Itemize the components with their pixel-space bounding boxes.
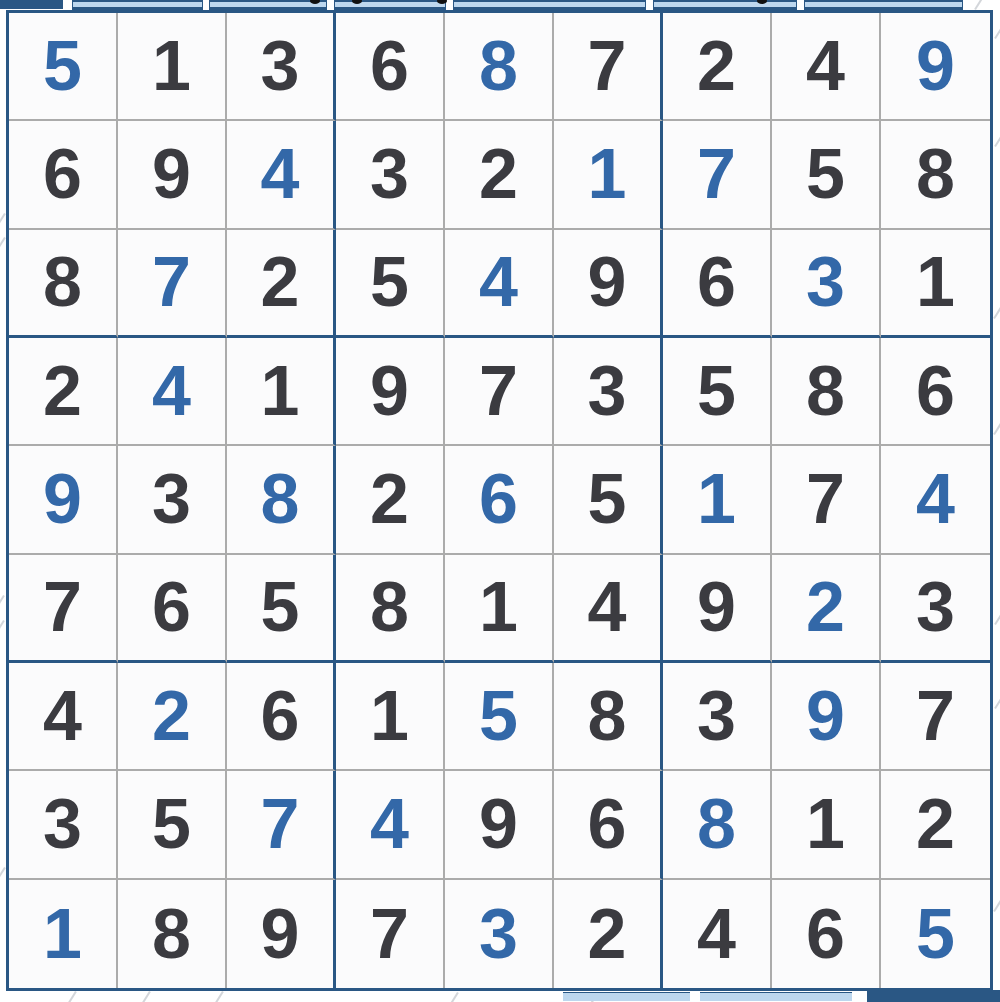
cell-r4c2[interactable]: 4 <box>118 338 227 446</box>
cell-r3c1[interactable]: 8 <box>9 230 118 338</box>
cell-r8c5[interactable]: 9 <box>445 771 554 879</box>
cell-r7c5[interactable]: 5 <box>445 663 554 771</box>
cropped-bottom-chrome <box>0 990 1000 1002</box>
cell-r4c4[interactable]: 9 <box>336 338 445 446</box>
cell-r1c1[interactable]: 5 <box>9 13 118 121</box>
cell-r5c5[interactable]: 6 <box>445 446 554 554</box>
cell-r5c1[interactable]: 9 <box>9 446 118 554</box>
toolbar-fragment <box>72 0 203 10</box>
hatch-mark <box>993 423 1000 435</box>
cell-r9c3[interactable]: 9 <box>227 880 336 988</box>
cell-r8c7[interactable]: 8 <box>663 771 772 879</box>
cell-r8c8[interactable]: 1 <box>772 771 881 879</box>
cell-r9c9[interactable]: 5 <box>881 880 990 988</box>
cell-r1c8[interactable]: 4 <box>772 13 881 121</box>
cell-r8c9[interactable]: 2 <box>881 771 990 879</box>
cell-r6c2[interactable]: 6 <box>118 555 227 663</box>
cell-r7c2[interactable]: 2 <box>118 663 227 771</box>
sudoku-board: 5136872496943217588725496312419735869382… <box>6 10 993 991</box>
cell-r7c3[interactable]: 6 <box>227 663 336 771</box>
hatch-mark <box>0 595 5 607</box>
hatch-mark <box>0 620 5 632</box>
cell-r6c4[interactable]: 8 <box>336 555 445 663</box>
hatch-mark <box>994 613 1000 625</box>
cell-r3c4[interactable]: 5 <box>336 230 445 338</box>
cell-r2c6[interactable]: 1 <box>554 121 663 229</box>
cell-r6c6[interactable]: 4 <box>554 555 663 663</box>
cell-r5c8[interactable]: 7 <box>772 446 881 554</box>
toolbar-fragment <box>453 0 646 10</box>
hatch-mark <box>993 900 1000 912</box>
cell-r3c6[interactable]: 9 <box>554 230 663 338</box>
cell-r4c5[interactable]: 7 <box>445 338 554 446</box>
cell-r2c4[interactable]: 3 <box>336 121 445 229</box>
toolbar-fragment <box>653 0 797 10</box>
cell-r7c1[interactable]: 4 <box>9 663 118 771</box>
chrome-fragment-navy <box>0 0 63 9</box>
hatch-mark <box>994 697 1000 709</box>
cell-r2c5[interactable]: 2 <box>445 121 554 229</box>
cell-r2c8[interactable]: 5 <box>772 121 881 229</box>
cell-r5c6[interactable]: 5 <box>554 446 663 554</box>
cell-r1c3[interactable]: 3 <box>227 13 336 121</box>
cell-r1c2[interactable]: 1 <box>118 13 227 121</box>
cell-r7c6[interactable]: 8 <box>554 663 663 771</box>
cell-r8c6[interactable]: 6 <box>554 771 663 879</box>
cell-r3c9[interactable]: 1 <box>881 230 990 338</box>
cell-r2c9[interactable]: 8 <box>881 121 990 229</box>
cell-r3c5[interactable]: 4 <box>445 230 554 338</box>
cell-r1c5[interactable]: 8 <box>445 13 554 121</box>
cell-r4c9[interactable]: 6 <box>881 338 990 446</box>
hatch-mark <box>994 135 1000 147</box>
bottom-chrome-fragment <box>563 992 690 1001</box>
cell-r5c7[interactable]: 1 <box>663 446 772 554</box>
cell-r5c4[interactable]: 2 <box>336 446 445 554</box>
cell-r9c6[interactable]: 2 <box>554 880 663 988</box>
cell-r4c7[interactable]: 5 <box>663 338 772 446</box>
cell-r9c8[interactable]: 6 <box>772 880 881 988</box>
cell-r6c8[interactable]: 2 <box>772 555 881 663</box>
cell-r1c4[interactable]: 6 <box>336 13 445 121</box>
cell-r7c7[interactable]: 3 <box>663 663 772 771</box>
cell-r1c6[interactable]: 7 <box>554 13 663 121</box>
cell-r2c2[interactable]: 9 <box>118 121 227 229</box>
toolbar-fragment <box>334 0 446 10</box>
cell-r8c4[interactable]: 4 <box>336 771 445 879</box>
cell-r6c5[interactable]: 1 <box>445 555 554 663</box>
cell-r5c2[interactable]: 3 <box>118 446 227 554</box>
cell-r9c5[interactable]: 3 <box>445 880 554 988</box>
toolbar-fragment <box>804 0 963 10</box>
cell-r8c2[interactable]: 5 <box>118 771 227 879</box>
cropped-toolbar <box>0 0 1000 10</box>
cell-r3c3[interactable]: 2 <box>227 230 336 338</box>
hatch-mark <box>0 213 6 225</box>
cell-r9c1[interactable]: 1 <box>9 880 118 988</box>
cell-r4c8[interactable]: 8 <box>772 338 881 446</box>
cell-r8c1[interactable]: 3 <box>9 771 118 879</box>
cell-r6c9[interactable]: 3 <box>881 555 990 663</box>
cell-r6c1[interactable]: 7 <box>9 555 118 663</box>
cell-r1c9[interactable]: 9 <box>881 13 990 121</box>
cell-r4c1[interactable]: 2 <box>9 338 118 446</box>
hatch-mark <box>0 867 6 879</box>
cell-r7c8[interactable]: 9 <box>772 663 881 771</box>
cell-r9c2[interactable]: 8 <box>118 880 227 988</box>
cell-r7c9[interactable]: 7 <box>881 663 990 771</box>
cell-r5c9[interactable]: 4 <box>881 446 990 554</box>
cell-r6c3[interactable]: 5 <box>227 555 336 663</box>
hatch-mark <box>0 237 6 249</box>
chrome-fragment-navy <box>867 990 1000 1002</box>
cell-r4c6[interactable]: 3 <box>554 338 663 446</box>
cell-r7c4[interactable]: 1 <box>336 663 445 771</box>
cell-r3c8[interactable]: 3 <box>772 230 881 338</box>
cell-r2c3[interactable]: 4 <box>227 121 336 229</box>
hatch-mark <box>993 307 1000 319</box>
cell-r2c1[interactable]: 6 <box>9 121 118 229</box>
hatch-mark <box>994 27 1000 39</box>
cell-r9c7[interactable]: 4 <box>663 880 772 988</box>
cell-r4c3[interactable]: 1 <box>227 338 336 446</box>
cell-r5c3[interactable]: 8 <box>227 446 336 554</box>
cell-r3c7[interactable]: 6 <box>663 230 772 338</box>
cell-r3c2[interactable]: 7 <box>118 230 227 338</box>
bottom-chrome-fragment <box>700 992 852 1001</box>
cell-r1c7[interactable]: 2 <box>663 13 772 121</box>
cell-r6c7[interactable]: 9 <box>663 555 772 663</box>
cell-r2c7[interactable]: 7 <box>663 121 772 229</box>
cell-r9c4[interactable]: 7 <box>336 880 445 988</box>
cell-r8c3[interactable]: 7 <box>227 771 336 879</box>
